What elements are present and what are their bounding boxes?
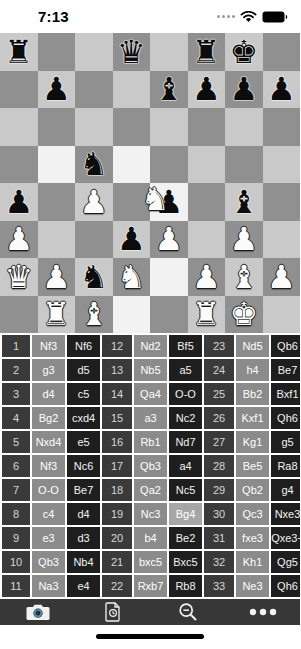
move-2-black[interactable]: d5 [67,359,100,381]
move-number-2: 2 [2,359,30,381]
square-d7[interactable] [113,71,151,109]
move-31-white[interactable]: fxe3 [236,527,269,549]
square-c7[interactable] [75,71,113,109]
move-number-27: 27 [204,431,234,453]
black-bishop-g4: ♝ [229,186,258,218]
square-a3[interactable]: ♟ [0,221,38,259]
move-18-black[interactable]: Nc5 [169,479,202,501]
battery-icon [262,11,288,23]
move-16-white[interactable]: Rb1 [134,431,167,453]
square-h3[interactable] [263,221,301,259]
square-c3[interactable] [75,221,113,259]
move-10-black[interactable]: Nb4 [67,551,100,573]
black-pawn-h7: ♟ [267,73,296,105]
square-b2[interactable]: ♟ [38,258,76,296]
move-12-black[interactable]: Bf5 [169,335,202,357]
move-8-black[interactable]: d4 [67,503,100,525]
square-f3[interactable] [188,221,226,259]
move-number-30: 30 [204,503,234,525]
move-number-9: 9 [2,527,30,549]
square-c4[interactable]: ♟ [75,183,113,221]
move-number-24: 24 [204,359,234,381]
move-number-4: 4 [2,407,30,429]
move-31-black[interactable]: Qxe3+ [271,527,300,549]
square-h8[interactable] [263,33,301,71]
square-b1[interactable]: ♜ [38,296,76,334]
move-30-white[interactable]: Qc3 [236,503,269,525]
bottom-toolbar [0,599,300,625]
square-a8[interactable]: ♜ [0,33,38,71]
move-number-19: 19 [102,503,132,525]
square-e2[interactable] [150,258,188,296]
white-queen-a2: ♛ [4,261,33,293]
square-b6[interactable] [38,108,76,146]
square-b7[interactable]: ♟ [38,71,76,109]
square-g7[interactable]: ♟ [225,71,263,109]
move-26-white[interactable]: Kxf1 [236,407,269,429]
move-3-white[interactable]: d4 [32,383,65,405]
square-d3[interactable]: ♟ [113,221,151,259]
square-a5[interactable] [0,146,38,184]
square-b4[interactable] [38,183,76,221]
black-queen-d8: ♛ [117,36,146,68]
move-4-white[interactable]: Bg2 [32,407,65,429]
move-20-black[interactable]: Be2 [169,527,202,549]
move-number-25: 25 [204,383,234,405]
move-15-white[interactable]: a3 [134,407,167,429]
square-d6[interactable] [113,108,151,146]
move-number-23: 23 [204,335,234,357]
move-14-black[interactable]: O-O [169,383,202,405]
white-rook-b1: ♜ [42,298,71,330]
move-number-14: 14 [102,383,132,405]
square-f6[interactable] [188,108,226,146]
document-clock-icon[interactable] [93,599,133,625]
white-pawn-e3: ♟ [154,223,183,255]
white-bishop-c1: ♝ [79,298,108,330]
move-33-black[interactable]: Qh6 [271,575,300,597]
move-18-white[interactable]: Qa2 [134,479,167,501]
white-rook-f1: ♜ [192,298,221,330]
move-13-white[interactable]: Nb5 [134,359,167,381]
move-27-black[interactable]: g5 [271,431,300,453]
move-5-black[interactable]: e5 [67,431,100,453]
black-pawn-g7: ♟ [229,73,258,105]
move-25-black[interactable]: Bxf1 [271,383,300,405]
square-c2[interactable]: ♞ [75,258,113,296]
square-a2[interactable]: ♛ [0,258,38,296]
square-h7[interactable]: ♟ [263,71,301,109]
move-3-black[interactable]: c5 [67,383,100,405]
white-knight-d2: ♞ [117,261,146,293]
move-number-13: 13 [102,359,132,381]
move-28-white[interactable]: Be5 [236,455,269,477]
square-g5[interactable] [225,146,263,184]
chess-board: ♜♛♜♚♟♝♟♟♟♞♟♟♟♝♟♟♟♟♛♟♞♞♟♝♟♜♝♜♚♞ [0,33,300,333]
square-g4[interactable]: ♝ [225,183,263,221]
dragged-white-knight[interactable]: ♞ [141,183,170,215]
move-21-black[interactable]: Bxc5 [169,551,202,573]
move-number-1: 1 [2,335,30,357]
black-king-g8: ♚ [229,36,258,68]
square-g2[interactable]: ♝ [225,258,263,296]
move-19-white[interactable]: Nc3 [134,503,167,525]
status-bar: 7:13 [0,0,300,33]
square-h2[interactable]: ♟ [263,258,301,296]
black-rook-f8: ♜ [192,36,221,68]
white-pawn-f2: ♟ [192,261,221,293]
black-knight-c5: ♞ [79,148,108,180]
white-pawn-h2: ♟ [267,261,296,293]
move-number-15: 15 [102,407,132,429]
move-13-black[interactable]: a5 [169,359,202,381]
black-knight-c2: ♞ [79,261,108,293]
move-7-black[interactable]: Be7 [67,479,100,501]
square-c5[interactable]: ♞ [75,146,113,184]
move-9-white[interactable]: e3 [32,527,65,549]
black-pawn-d3: ♟ [117,223,146,255]
square-d2[interactable]: ♞ [113,258,151,296]
square-e1[interactable] [150,296,188,334]
move-27-white[interactable]: Kg1 [236,431,269,453]
zoom-out-icon[interactable] [168,599,208,625]
move-number-20: 20 [102,527,132,549]
cellular-signal-icon [217,15,235,18]
move-24-black[interactable]: Be7 [271,359,300,381]
square-h4[interactable] [263,183,301,221]
square-a4[interactable]: ♟ [0,183,38,221]
wifi-icon [240,11,257,23]
move-30-black[interactable]: Nxe3 [271,503,300,525]
move-number-17: 17 [102,455,132,477]
move-14-white[interactable]: Qa4 [134,383,167,405]
move-23-black[interactable]: Qb6 [271,335,300,357]
move-22-white[interactable]: Rxb7 [134,575,167,597]
move-25-white[interactable]: Bb2 [236,383,269,405]
square-h6[interactable] [263,108,301,146]
home-indicator[interactable] [96,634,204,639]
square-f2[interactable]: ♟ [188,258,226,296]
square-f7[interactable]: ♟ [188,71,226,109]
black-pawn-a4: ♟ [4,186,33,218]
square-g8[interactable]: ♚ [225,33,263,71]
move-21-white[interactable]: bxc5 [134,551,167,573]
move-22-black[interactable]: Rb8 [169,575,202,597]
camera-icon[interactable] [18,599,58,625]
black-rook-a8: ♜ [4,36,33,68]
square-c6[interactable] [75,108,113,146]
clock-time: 7:13 [38,8,69,25]
square-e3[interactable]: ♟ [150,221,188,259]
white-pawn-a3: ♟ [4,223,33,255]
move-list: 1Nf3Nf612Nd2Bf523Nd5Qb62g3d513Nb5a524h4B… [0,333,300,599]
square-d1[interactable] [113,296,151,334]
square-f1[interactable]: ♜ [188,296,226,334]
square-g6[interactable] [225,108,263,146]
white-bishop-g2: ♝ [229,261,258,293]
move-23-white[interactable]: Nd5 [236,335,269,357]
square-g3[interactable]: ♟ [225,221,263,259]
move-8-white[interactable]: c4 [32,503,65,525]
square-b5[interactable] [38,146,76,184]
move-29-white[interactable]: Qb2 [236,479,269,501]
move-20-white[interactable]: b4 [134,527,167,549]
square-d8[interactable]: ♛ [113,33,151,71]
white-king-g1: ♚ [229,298,258,330]
move-7-white[interactable]: O-O [32,479,65,501]
move-number-33: 33 [204,575,234,597]
move-number-26: 26 [204,407,234,429]
square-e7[interactable]: ♝ [150,71,188,109]
more-ellipsis-icon[interactable] [243,599,283,625]
move-number-29: 29 [204,479,234,501]
move-16-black[interactable]: Nd7 [169,431,202,453]
move-32-white[interactable]: Kh1 [236,551,269,573]
move-number-11: 11 [2,575,30,597]
white-pawn-b2: ♟ [42,261,71,293]
move-number-12: 12 [102,335,132,357]
move-26-black[interactable]: Qh6 [271,407,300,429]
white-pawn-g3: ♟ [229,223,258,255]
move-1-black[interactable]: Nf6 [67,335,100,357]
square-f8[interactable]: ♜ [188,33,226,71]
move-32-black[interactable]: Qg5 [271,551,300,573]
move-number-5: 5 [2,431,30,453]
move-number-31: 31 [204,527,234,549]
move-number-21: 21 [102,551,132,573]
move-1-white[interactable]: Nf3 [32,335,65,357]
move-number-7: 7 [2,479,30,501]
square-g1[interactable]: ♚ [225,296,263,334]
square-h1[interactable] [263,296,301,334]
square-e8[interactable] [150,33,188,71]
move-2-white[interactable]: g3 [32,359,65,381]
square-f5[interactable] [188,146,226,184]
square-c1[interactable]: ♝ [75,296,113,334]
move-number-10: 10 [2,551,30,573]
move-12-white[interactable]: Nd2 [134,335,167,357]
square-b8[interactable] [38,33,76,71]
move-11-white[interactable]: Na3 [32,575,65,597]
move-number-18: 18 [102,479,132,501]
square-e6[interactable] [150,108,188,146]
square-a1[interactable] [0,296,38,334]
square-d5[interactable] [113,146,151,184]
move-19-black[interactable]: Bg4 [169,503,202,525]
square-a7[interactable] [0,71,38,109]
move-number-8: 8 [2,503,30,525]
move-15-black[interactable]: Nc2 [169,407,202,429]
white-pawn-c4: ♟ [79,186,108,218]
move-9-black[interactable]: d3 [67,527,100,549]
move-17-white[interactable]: Qb3 [134,455,167,477]
move-number-32: 32 [204,551,234,573]
black-pawn-f7: ♟ [192,73,221,105]
move-29-black[interactable]: g4 [271,479,300,501]
move-10-white[interactable]: Qb3 [32,551,65,573]
move-11-black[interactable]: e4 [67,575,100,597]
move-number-6: 6 [2,455,30,477]
move-4-black[interactable]: cxd4 [67,407,100,429]
move-24-white[interactable]: h4 [236,359,269,381]
move-17-black[interactable]: a4 [169,455,202,477]
move-number-22: 22 [102,575,132,597]
square-c8[interactable] [75,33,113,71]
square-e5[interactable] [150,146,188,184]
move-28-black[interactable]: Ra8 [271,455,300,477]
move-6-white[interactable]: Nf3 [32,455,65,477]
move-number-16: 16 [102,431,132,453]
black-bishop-e7: ♝ [154,73,183,105]
move-number-28: 28 [204,455,234,477]
move-6-black[interactable]: Nc6 [67,455,100,477]
move-number-3: 3 [2,383,30,405]
move-33-white[interactable]: Ne3 [236,575,269,597]
square-f4[interactable] [188,183,226,221]
square-a6[interactable] [0,108,38,146]
bottom-safe-area [0,625,300,649]
square-h5[interactable] [263,146,301,184]
move-5-white[interactable]: Nxd4 [32,431,65,453]
black-pawn-b7: ♟ [42,73,71,105]
square-b3[interactable] [38,221,76,259]
